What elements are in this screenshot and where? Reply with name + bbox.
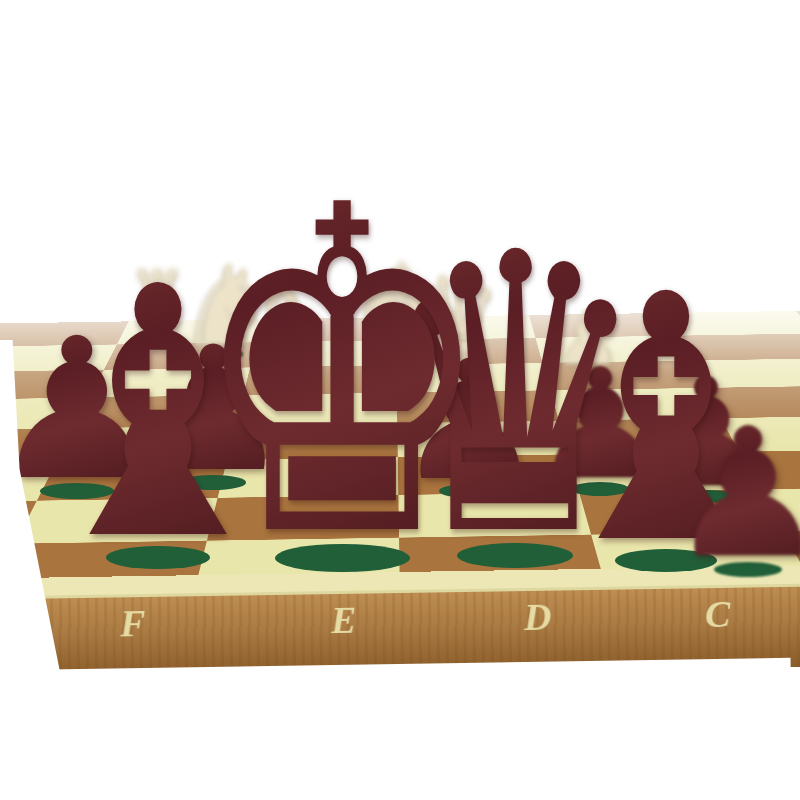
board-square: [542, 361, 703, 391]
table-surface-white: [0, 658, 793, 800]
board-square: [559, 418, 739, 454]
board-square: [675, 333, 800, 360]
board-square: [74, 395, 243, 428]
file-label-c: C: [705, 592, 732, 636]
board-square: [568, 452, 759, 492]
board-square: [396, 363, 550, 393]
board-square: [90, 367, 250, 397]
board-square: [579, 489, 783, 534]
board-squares-plane: [0, 309, 800, 599]
board-square: [529, 313, 675, 338]
board-square: [397, 390, 559, 423]
board-square: [15, 498, 218, 544]
board-square: [250, 340, 396, 367]
board-square: [397, 421, 568, 457]
board-square: [236, 393, 398, 426]
board-square: [0, 321, 129, 346]
board-square: [398, 454, 579, 495]
board-square: [207, 495, 399, 541]
board-square: [662, 311, 800, 336]
chess-set-photo: F E D C ♜♞♝♚♟♟♛♟♟♟♟♟♟♝♛♚♝♟: [0, 0, 800, 800]
board-square: [396, 315, 536, 340]
board-square: [218, 457, 399, 498]
board-square: [117, 319, 262, 344]
board-square: [227, 423, 398, 460]
board-square: [243, 365, 397, 395]
file-label-d: D: [524, 595, 553, 639]
file-label-f: F: [120, 601, 147, 645]
board-square: [37, 460, 227, 501]
board-square: [256, 317, 396, 342]
board-square: [398, 492, 591, 537]
board-square: [550, 388, 720, 421]
board-square: [704, 385, 800, 418]
board-square: [396, 338, 543, 365]
board-square: [689, 358, 800, 388]
file-label-e: E: [331, 598, 358, 642]
board-square: [535, 336, 688, 363]
board-square: [56, 426, 235, 463]
board-square: [104, 342, 256, 369]
board-square: [0, 344, 117, 372]
